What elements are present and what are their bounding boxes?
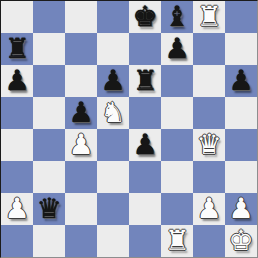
square-d5[interactable]: ♞ (97, 97, 129, 129)
square-a8[interactable] (1, 1, 33, 33)
square-c1[interactable] (65, 225, 97, 257)
square-b3[interactable] (33, 161, 65, 193)
square-c5[interactable]: ♟ (65, 97, 97, 129)
square-f4[interactable] (161, 129, 193, 161)
square-a6[interactable]: ♟ (1, 65, 33, 97)
square-d2[interactable] (97, 193, 129, 225)
chess-board: ♚♝♜♜♟♟♟♜♟♟♞♟♟♛♟♛♟♟♜♚ (1, 1, 257, 257)
square-a4[interactable] (1, 129, 33, 161)
piece-white-rook: ♜ (196, 1, 221, 33)
square-g6[interactable] (193, 65, 225, 97)
piece-black-queen: ♛ (36, 193, 61, 225)
square-e7[interactable] (129, 33, 161, 65)
square-c8[interactable] (65, 1, 97, 33)
square-g7[interactable] (193, 33, 225, 65)
square-c3[interactable] (65, 161, 97, 193)
square-h2[interactable]: ♟ (225, 193, 257, 225)
square-e3[interactable] (129, 161, 161, 193)
square-d3[interactable] (97, 161, 129, 193)
square-a1[interactable] (1, 225, 33, 257)
square-b2[interactable]: ♛ (33, 193, 65, 225)
square-c6[interactable] (65, 65, 97, 97)
piece-white-pawn: ♟ (4, 193, 29, 225)
square-d4[interactable] (97, 129, 129, 161)
square-h1[interactable]: ♚ (225, 225, 257, 257)
square-a5[interactable] (1, 97, 33, 129)
square-c4[interactable]: ♟ (65, 129, 97, 161)
piece-black-pawn: ♟ (4, 65, 29, 97)
square-d6[interactable]: ♟ (97, 65, 129, 97)
square-b4[interactable] (33, 129, 65, 161)
square-e4[interactable]: ♟ (129, 129, 161, 161)
square-g8[interactable]: ♜ (193, 1, 225, 33)
square-f2[interactable] (161, 193, 193, 225)
square-e5[interactable] (129, 97, 161, 129)
piece-white-pawn: ♟ (196, 193, 221, 225)
chess-board-frame: ♚♝♜♜♟♟♟♜♟♟♞♟♟♛♟♛♟♟♜♚ (0, 0, 258, 258)
square-h4[interactable] (225, 129, 257, 161)
square-h7[interactable] (225, 33, 257, 65)
square-e2[interactable] (129, 193, 161, 225)
piece-black-king: ♚ (132, 1, 157, 33)
piece-black-rook: ♜ (132, 65, 157, 97)
square-b7[interactable] (33, 33, 65, 65)
square-f1[interactable]: ♜ (161, 225, 193, 257)
square-g5[interactable] (193, 97, 225, 129)
square-f5[interactable] (161, 97, 193, 129)
square-b5[interactable] (33, 97, 65, 129)
square-c2[interactable] (65, 193, 97, 225)
square-d8[interactable] (97, 1, 129, 33)
square-g2[interactable]: ♟ (193, 193, 225, 225)
square-f7[interactable]: ♟ (161, 33, 193, 65)
piece-black-pawn: ♟ (100, 65, 125, 97)
square-d7[interactable] (97, 33, 129, 65)
square-f3[interactable] (161, 161, 193, 193)
square-h3[interactable] (225, 161, 257, 193)
square-h6[interactable]: ♟ (225, 65, 257, 97)
square-h5[interactable] (225, 97, 257, 129)
square-g3[interactable] (193, 161, 225, 193)
square-e8[interactable]: ♚ (129, 1, 161, 33)
square-g4[interactable]: ♛ (193, 129, 225, 161)
square-c7[interactable] (65, 33, 97, 65)
piece-black-rook: ♜ (4, 33, 29, 65)
piece-white-king: ♚ (228, 225, 253, 257)
piece-black-pawn: ♟ (132, 129, 157, 161)
piece-white-rook: ♜ (164, 225, 189, 257)
square-f8[interactable]: ♝ (161, 1, 193, 33)
square-b6[interactable] (33, 65, 65, 97)
square-g1[interactable] (193, 225, 225, 257)
square-b8[interactable] (33, 1, 65, 33)
square-a3[interactable] (1, 161, 33, 193)
piece-black-bishop: ♝ (164, 1, 189, 33)
piece-black-pawn: ♟ (164, 33, 189, 65)
piece-black-pawn: ♟ (228, 65, 253, 97)
piece-white-pawn: ♟ (228, 193, 253, 225)
square-e1[interactable] (129, 225, 161, 257)
square-e6[interactable]: ♜ (129, 65, 161, 97)
piece-white-queen: ♛ (196, 129, 221, 161)
square-h8[interactable] (225, 1, 257, 33)
square-b1[interactable] (33, 225, 65, 257)
square-a7[interactable]: ♜ (1, 33, 33, 65)
piece-white-pawn: ♟ (68, 129, 93, 161)
piece-black-pawn: ♟ (68, 97, 93, 129)
square-d1[interactable] (97, 225, 129, 257)
square-f6[interactable] (161, 65, 193, 97)
piece-white-knight: ♞ (100, 97, 125, 129)
square-a2[interactable]: ♟ (1, 193, 33, 225)
